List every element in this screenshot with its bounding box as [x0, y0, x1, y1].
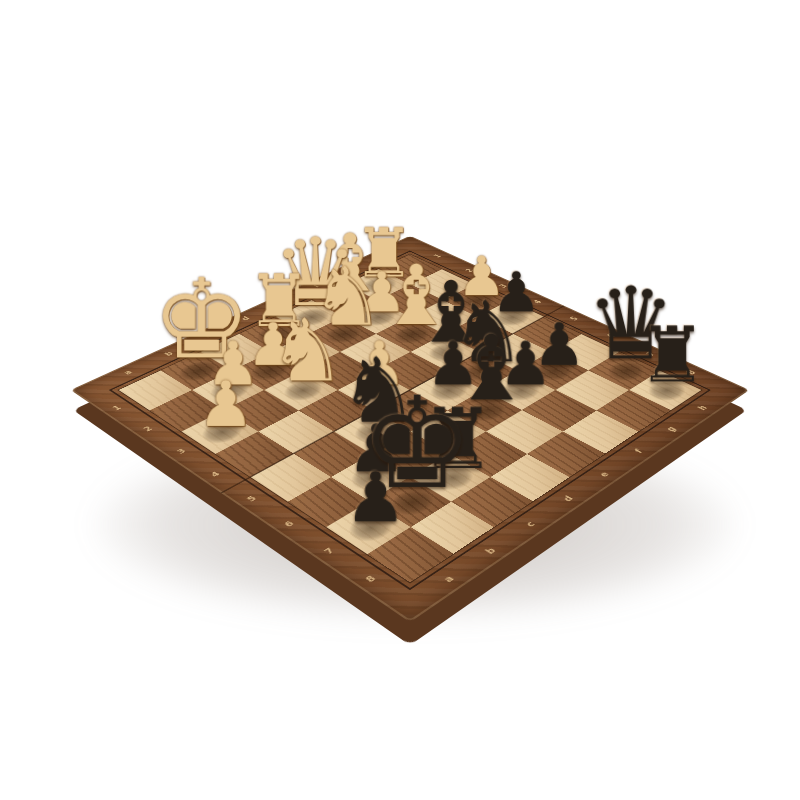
file-label-bottom-e: e: [594, 468, 614, 480]
black-pawn-icon: ♟: [295, 462, 457, 531]
black-rook-icon: ♜: [602, 317, 743, 393]
rank-label-4: 4: [206, 468, 226, 480]
rank-label-1: 1: [108, 403, 127, 413]
rank-label-3: 3: [171, 446, 191, 457]
file-label-bottom-c: c: [520, 518, 541, 531]
rank-label-8: 8: [360, 572, 382, 587]
rank-label-5: 5: [241, 492, 262, 505]
file-label-bottom-h: h: [694, 403, 712, 413]
file-label-bottom-a: a: [438, 572, 460, 587]
file-label-bottom-b: b: [480, 544, 502, 558]
file-label-bottom-f: f: [629, 446, 648, 457]
white-pawn-icon: ♟: [152, 372, 299, 435]
chess-set-product-photo: ♚♜♛♝♜♟♟♞♟♟♞♝♟♟♝♟♞♟♞♟♝♟♟♟♚♜♛♜ 11223344556…: [0, 0, 800, 800]
file-label-bottom-g: g: [662, 424, 681, 435]
rank-label-7: 7: [318, 544, 340, 558]
file-label-bottom-d: d: [558, 492, 578, 505]
